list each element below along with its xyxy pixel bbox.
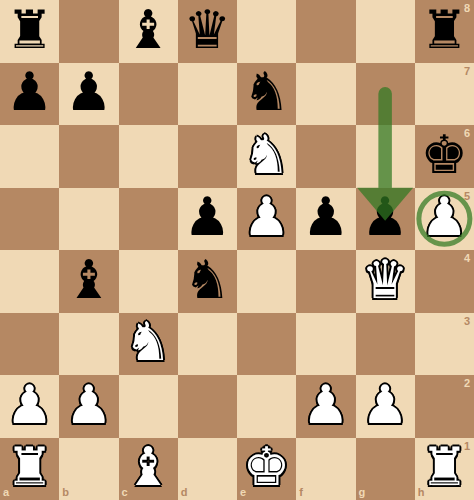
square-e4[interactable] bbox=[237, 250, 296, 313]
piece-black-rook[interactable]: ♜ bbox=[421, 3, 469, 56]
square-e5[interactable]: ♟ bbox=[237, 188, 296, 251]
rank-label-4: 4 bbox=[464, 253, 470, 264]
piece-white-pawn[interactable]: ♟ bbox=[421, 190, 469, 243]
piece-white-pawn[interactable]: ♟ bbox=[243, 190, 291, 243]
square-g1[interactable]: g bbox=[356, 438, 415, 500]
piece-black-pawn[interactable]: ♟ bbox=[6, 65, 54, 118]
square-d6[interactable] bbox=[178, 125, 237, 188]
square-b5[interactable] bbox=[59, 188, 118, 251]
square-h3[interactable]: 3 bbox=[415, 313, 474, 376]
piece-black-knight[interactable]: ♞ bbox=[184, 253, 232, 306]
square-d7[interactable] bbox=[178, 63, 237, 126]
piece-black-king[interactable]: ♚ bbox=[421, 128, 469, 181]
square-h5[interactable]: ♟5 bbox=[415, 188, 474, 251]
piece-black-pawn[interactable]: ♟ bbox=[361, 190, 409, 243]
square-c1[interactable]: ♝c bbox=[119, 438, 178, 500]
piece-white-knight[interactable]: ♞ bbox=[243, 128, 291, 181]
square-d4[interactable]: ♞ bbox=[178, 250, 237, 313]
rank-label-7: 7 bbox=[464, 66, 470, 77]
square-a1[interactable]: ♜a bbox=[0, 438, 59, 500]
square-h8[interactable]: ♜8 bbox=[415, 0, 474, 63]
piece-white-pawn[interactable]: ♟ bbox=[6, 378, 54, 431]
square-e7[interactable]: ♞ bbox=[237, 63, 296, 126]
piece-white-king[interactable]: ♚ bbox=[243, 440, 291, 493]
square-g3[interactable] bbox=[356, 313, 415, 376]
file-label-h: h bbox=[418, 487, 425, 498]
square-f6[interactable] bbox=[296, 125, 355, 188]
square-c3[interactable]: ♞ bbox=[119, 313, 178, 376]
square-f1[interactable]: f bbox=[296, 438, 355, 500]
chess-board-screenshot: ♜♝♛♜8♟♟♞7♞♚6♟♟♟♟♟5♝♞♛4♞3♟♟♟♟2♜ab♝cd♚efg♜… bbox=[0, 0, 474, 500]
square-h4[interactable]: 4 bbox=[415, 250, 474, 313]
square-d1[interactable]: d bbox=[178, 438, 237, 500]
square-h1[interactable]: ♜1h bbox=[415, 438, 474, 500]
square-b8[interactable] bbox=[59, 0, 118, 63]
piece-black-pawn[interactable]: ♟ bbox=[65, 65, 113, 118]
square-g4[interactable]: ♛ bbox=[356, 250, 415, 313]
piece-white-bishop[interactable]: ♝ bbox=[124, 440, 172, 493]
square-b2[interactable]: ♟ bbox=[59, 375, 118, 438]
square-e1[interactable]: ♚e bbox=[237, 438, 296, 500]
square-a3[interactable] bbox=[0, 313, 59, 376]
square-e6[interactable]: ♞ bbox=[237, 125, 296, 188]
square-f7[interactable] bbox=[296, 63, 355, 126]
rank-label-8: 8 bbox=[464, 3, 470, 14]
square-f4[interactable] bbox=[296, 250, 355, 313]
rank-label-6: 6 bbox=[464, 128, 470, 139]
square-f5[interactable]: ♟ bbox=[296, 188, 355, 251]
file-label-f: f bbox=[299, 487, 303, 498]
chess-board: ♜♝♛♜8♟♟♞7♞♚6♟♟♟♟♟5♝♞♛4♞3♟♟♟♟2♜ab♝cd♚efg♜… bbox=[0, 0, 474, 500]
rank-label-5: 5 bbox=[464, 191, 470, 202]
piece-black-knight[interactable]: ♞ bbox=[243, 65, 291, 118]
square-c8[interactable]: ♝ bbox=[119, 0, 178, 63]
square-b7[interactable]: ♟ bbox=[59, 63, 118, 126]
square-h2[interactable]: 2 bbox=[415, 375, 474, 438]
piece-white-pawn[interactable]: ♟ bbox=[361, 378, 409, 431]
square-d2[interactable] bbox=[178, 375, 237, 438]
square-f2[interactable]: ♟ bbox=[296, 375, 355, 438]
rank-label-2: 2 bbox=[464, 378, 470, 389]
square-d3[interactable] bbox=[178, 313, 237, 376]
square-g7[interactable] bbox=[356, 63, 415, 126]
square-d8[interactable]: ♛ bbox=[178, 0, 237, 63]
piece-black-queen[interactable]: ♛ bbox=[184, 3, 232, 56]
file-label-a: a bbox=[3, 487, 9, 498]
piece-black-pawn[interactable]: ♟ bbox=[184, 190, 232, 243]
square-d5[interactable]: ♟ bbox=[178, 188, 237, 251]
piece-white-knight[interactable]: ♞ bbox=[124, 315, 172, 368]
square-c4[interactable] bbox=[119, 250, 178, 313]
rank-label-1: 1 bbox=[464, 441, 470, 452]
square-b3[interactable] bbox=[59, 313, 118, 376]
square-b4[interactable]: ♝ bbox=[59, 250, 118, 313]
square-e8[interactable] bbox=[237, 0, 296, 63]
square-b1[interactable]: b bbox=[59, 438, 118, 500]
file-label-g: g bbox=[359, 487, 366, 498]
file-label-b: b bbox=[62, 487, 69, 498]
square-c2[interactable] bbox=[119, 375, 178, 438]
square-h7[interactable]: 7 bbox=[415, 63, 474, 126]
square-f8[interactable] bbox=[296, 0, 355, 63]
square-g6[interactable] bbox=[356, 125, 415, 188]
square-f3[interactable] bbox=[296, 313, 355, 376]
piece-black-bishop[interactable]: ♝ bbox=[65, 253, 113, 306]
piece-white-rook[interactable]: ♜ bbox=[6, 440, 54, 493]
file-label-d: d bbox=[181, 487, 188, 498]
square-a7[interactable]: ♟ bbox=[0, 63, 59, 126]
piece-white-pawn[interactable]: ♟ bbox=[302, 378, 350, 431]
piece-white-rook[interactable]: ♜ bbox=[421, 440, 469, 493]
piece-black-bishop[interactable]: ♝ bbox=[124, 3, 172, 56]
square-g8[interactable] bbox=[356, 0, 415, 63]
square-c6[interactable] bbox=[119, 125, 178, 188]
piece-black-rook[interactable]: ♜ bbox=[6, 3, 54, 56]
file-label-c: c bbox=[122, 487, 128, 498]
square-a8[interactable]: ♜ bbox=[0, 0, 59, 63]
square-a5[interactable] bbox=[0, 188, 59, 251]
square-e3[interactable] bbox=[237, 313, 296, 376]
square-h6[interactable]: ♚6 bbox=[415, 125, 474, 188]
square-b6[interactable] bbox=[59, 125, 118, 188]
square-g5[interactable]: ♟ bbox=[356, 188, 415, 251]
square-a6[interactable] bbox=[0, 125, 59, 188]
square-c5[interactable] bbox=[119, 188, 178, 251]
square-g2[interactable]: ♟ bbox=[356, 375, 415, 438]
file-label-e: e bbox=[240, 487, 246, 498]
square-a4[interactable] bbox=[0, 250, 59, 313]
rank-label-3: 3 bbox=[464, 316, 470, 327]
square-a2[interactable]: ♟ bbox=[0, 375, 59, 438]
piece-white-queen[interactable]: ♛ bbox=[361, 253, 409, 306]
square-c7[interactable] bbox=[119, 63, 178, 126]
piece-white-pawn[interactable]: ♟ bbox=[65, 378, 113, 431]
piece-black-pawn[interactable]: ♟ bbox=[302, 190, 350, 243]
square-e2[interactable] bbox=[237, 375, 296, 438]
